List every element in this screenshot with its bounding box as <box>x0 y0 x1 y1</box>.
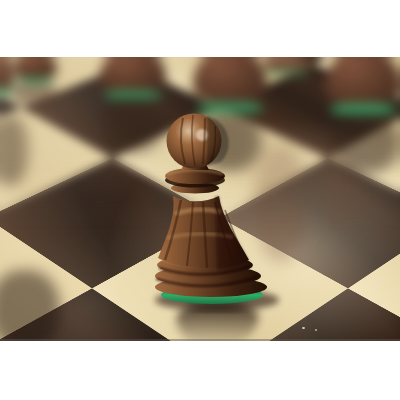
focal-pawn-piece <box>145 110 285 314</box>
blurred-pawn-felt <box>0 89 13 95</box>
photo-frame <box>0 57 400 341</box>
blurred-pawn-body <box>193 57 267 105</box>
blurred-pawn-body <box>0 57 14 90</box>
product-photo-canvas <box>0 0 400 400</box>
blurred-pawn-body <box>325 57 400 107</box>
blurred-pawn-felt <box>104 91 162 99</box>
blurred-pawn-felt <box>16 78 55 83</box>
white-band-bottom <box>0 341 400 400</box>
blurred-pawn-felt <box>266 71 310 75</box>
blurred-pawn-2 <box>100 57 166 99</box>
dust-speck <box>315 329 317 331</box>
blurred-pawn-felt <box>330 104 397 115</box>
blurred-pawn-3 <box>193 57 267 113</box>
blurred-pawn-body <box>13 57 57 79</box>
white-band-top <box>0 0 400 57</box>
blurred-pawn-1 <box>13 57 57 83</box>
dust-speck <box>302 327 305 329</box>
pawn-icon <box>145 110 285 314</box>
pawn-specular-highlight <box>196 129 208 141</box>
blurred-pawn-5 <box>325 57 400 115</box>
blurred-pawn-far-left-sliver <box>0 57 14 95</box>
blurred-pawn-body <box>263 57 313 72</box>
blurred-pawn-body <box>100 57 166 93</box>
blurred-pawn-4 <box>263 57 313 75</box>
